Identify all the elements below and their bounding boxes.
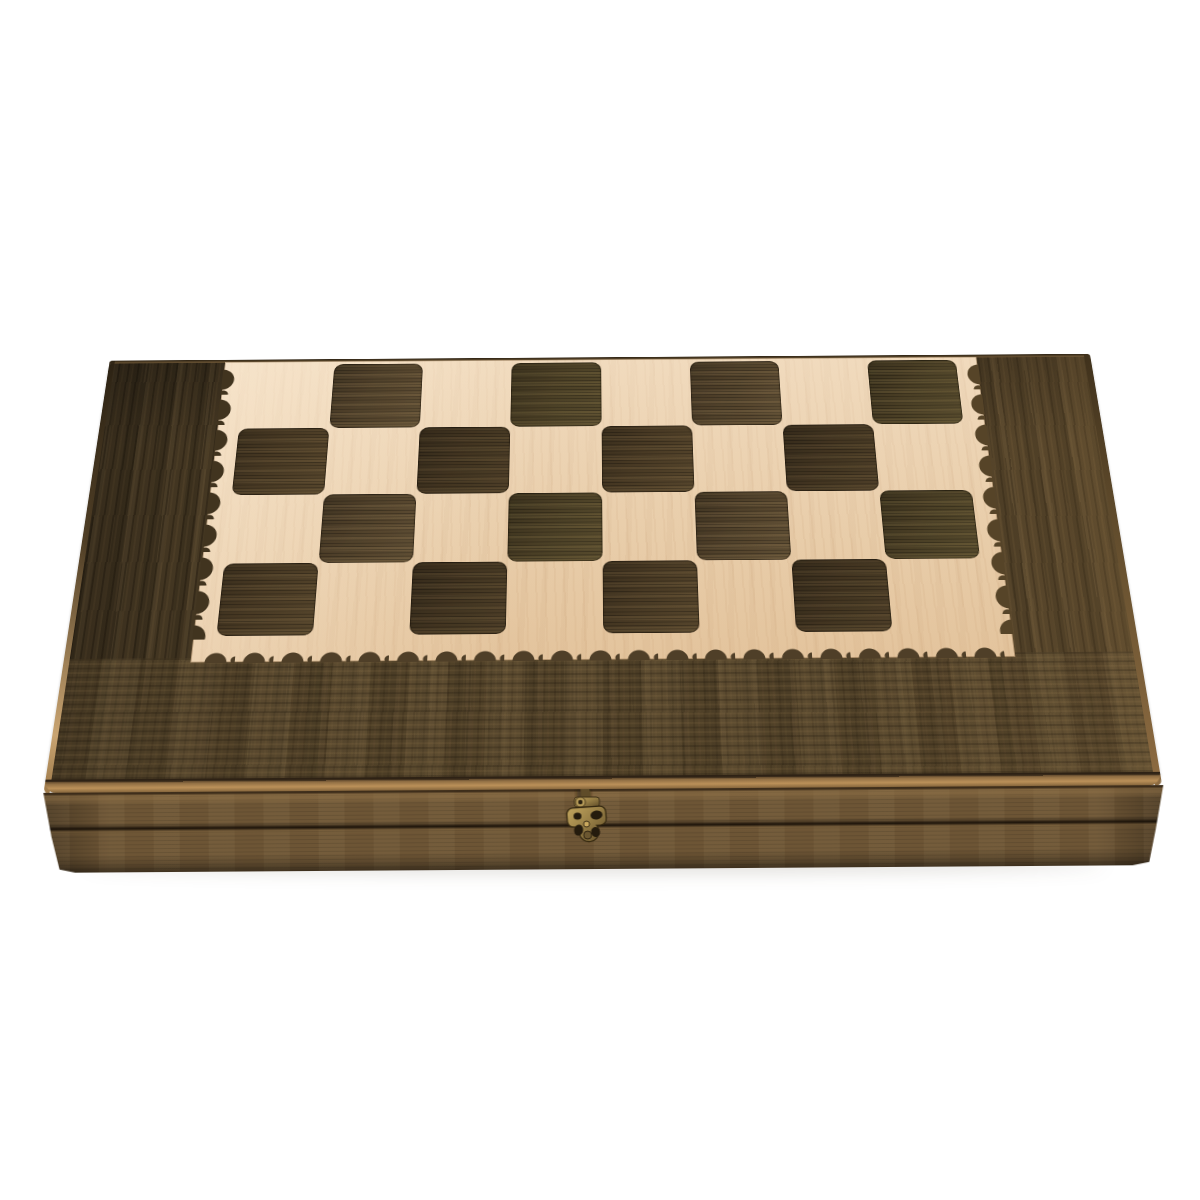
board-square-r1c8-dark bbox=[867, 360, 964, 424]
board-square-r2c6-light bbox=[692, 425, 787, 492]
scene bbox=[0, 0, 1200, 1200]
board-square-r4c1-dark bbox=[216, 563, 318, 636]
board-square-r2c3-dark bbox=[417, 427, 511, 494]
board-square-r2c5-dark bbox=[601, 425, 694, 492]
board-square-r3c1-light bbox=[224, 494, 324, 564]
board-square-r4c6-light bbox=[697, 560, 796, 633]
front-face bbox=[43, 785, 1164, 873]
board-square-r1c4-dark bbox=[511, 362, 602, 426]
board-square-r2c4-light bbox=[509, 426, 601, 493]
board-square-r1c5-light bbox=[601, 362, 692, 426]
board-square-r3c4-dark bbox=[508, 492, 602, 562]
clasp-latch-icon bbox=[553, 783, 620, 855]
lid-bottom-grain bbox=[46, 651, 1160, 779]
board-square-r2c7-dark bbox=[782, 424, 879, 491]
board-square-r1c2-dark bbox=[329, 364, 423, 428]
board-square-r3c6-dark bbox=[694, 491, 791, 561]
board-square-r2c2-light bbox=[324, 427, 420, 494]
board-square-r4c5-dark bbox=[602, 561, 699, 634]
board-square-r3c3-light bbox=[413, 493, 509, 563]
chess-box bbox=[0, 0, 1200, 1200]
chessboard-grid bbox=[216, 360, 989, 636]
stamp-panel bbox=[190, 357, 1015, 663]
board-square-r4c7-dark bbox=[791, 559, 892, 632]
board-square-r3c5-light bbox=[602, 491, 697, 561]
board-square-r3c7-light bbox=[787, 490, 886, 560]
board-square-r3c8-dark bbox=[879, 490, 980, 560]
board-square-r4c8-light bbox=[886, 559, 989, 632]
board-square-r4c2-light bbox=[313, 562, 413, 635]
board-square-r1c3-light bbox=[420, 363, 512, 427]
board-square-r2c8-light bbox=[873, 423, 972, 490]
board-square-r4c3-dark bbox=[410, 562, 508, 635]
board-square-r3c2-dark bbox=[319, 493, 417, 563]
board-square-r1c6-dark bbox=[689, 361, 782, 425]
lid-top-face bbox=[43, 354, 1162, 794]
board-square-r1c7-light bbox=[778, 361, 873, 425]
board-square-r1c1-light bbox=[239, 364, 335, 428]
board-square-r4c4-light bbox=[506, 561, 603, 634]
board-square-r2c1-dark bbox=[232, 428, 330, 495]
